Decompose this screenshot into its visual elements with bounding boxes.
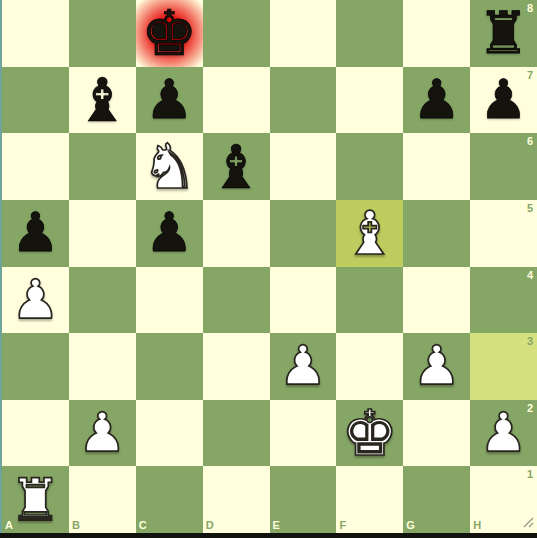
black-pawn-piece[interactable]: ♟ [145, 73, 193, 127]
rank-label-3: 3 [527, 336, 533, 347]
white-pawn-piece[interactable]: ♟ [479, 406, 527, 460]
file-label-g: G [406, 520, 415, 531]
square-b2[interactable]: ♟ [69, 400, 136, 467]
square-g5[interactable] [403, 200, 470, 267]
square-g1[interactable]: G [403, 466, 470, 533]
square-d4[interactable] [203, 267, 270, 334]
square-g2[interactable] [403, 400, 470, 467]
square-b4[interactable] [69, 267, 136, 334]
square-c6[interactable]: ♞ [136, 133, 203, 200]
rank-label-5: 5 [527, 203, 533, 214]
square-a3[interactable] [2, 333, 69, 400]
rank-label-7: 7 [527, 70, 533, 81]
square-f5[interactable]: ♝ [336, 200, 403, 267]
square-g3[interactable]: ♟ [403, 333, 470, 400]
black-pawn-piece[interactable]: ♟ [412, 73, 460, 127]
rank-label-1: 1 [527, 469, 533, 480]
rank-label-8: 8 [527, 3, 533, 14]
rank-label-4: 4 [527, 270, 533, 281]
square-g6[interactable] [403, 133, 470, 200]
square-c5[interactable]: ♟ [136, 200, 203, 267]
file-label-c: C [139, 520, 147, 531]
square-a7[interactable] [2, 67, 69, 134]
black-pawn-piece[interactable]: ♟ [11, 206, 59, 260]
square-c8[interactable]: ♚ [136, 0, 203, 67]
square-h5[interactable]: 5 [470, 200, 537, 267]
square-g7[interactable]: ♟ [403, 67, 470, 134]
white-pawn-piece[interactable]: ♟ [412, 339, 460, 393]
white-bishop-piece[interactable]: ♝ [343, 203, 397, 263]
black-pawn-piece[interactable]: ♟ [479, 73, 527, 127]
square-a5[interactable]: ♟ [2, 200, 69, 267]
square-d6[interactable]: ♝ [203, 133, 270, 200]
black-bishop-piece[interactable]: ♝ [209, 137, 263, 197]
square-e6[interactable] [270, 133, 337, 200]
white-pawn-piece[interactable]: ♟ [279, 339, 327, 393]
file-label-d: D [206, 520, 214, 531]
square-c7[interactable]: ♟ [136, 67, 203, 134]
square-e5[interactable] [270, 200, 337, 267]
black-bishop-piece[interactable]: ♝ [75, 70, 129, 130]
square-d7[interactable] [203, 67, 270, 134]
file-label-f: F [339, 520, 346, 531]
white-pawn-piece[interactable]: ♟ [78, 406, 126, 460]
square-f6[interactable] [336, 133, 403, 200]
black-pawn-piece[interactable]: ♟ [145, 206, 193, 260]
rank-label-2: 2 [527, 403, 533, 414]
square-b6[interactable] [69, 133, 136, 200]
square-d2[interactable] [203, 400, 270, 467]
square-f3[interactable] [336, 333, 403, 400]
square-f2[interactable]: ♚ [336, 400, 403, 467]
square-b3[interactable] [69, 333, 136, 400]
chess-board: ♚♜8♝♟♟♟7♞♝6♟♟♝5♟4♟♟3♟♚♟2♜ABCDEFG1H [2, 0, 537, 533]
white-king-piece[interactable]: ♚ [342, 402, 398, 465]
square-h1[interactable]: 1H [470, 466, 537, 533]
white-pawn-piece[interactable]: ♟ [11, 273, 59, 327]
square-d5[interactable] [203, 200, 270, 267]
square-e8[interactable] [270, 0, 337, 67]
black-rook-piece[interactable]: ♜ [478, 4, 530, 62]
square-d8[interactable] [203, 0, 270, 67]
square-h2[interactable]: ♟2 [470, 400, 537, 467]
white-rook-piece[interactable]: ♜ [9, 471, 61, 529]
file-label-e: E [273, 520, 280, 531]
board-stage: ♚♜8♝♟♟♟7♞♝6♟♟♝5♟4♟♟3♟♚♟2♜ABCDEFG1H [0, 0, 537, 538]
file-label-a: A [5, 520, 13, 531]
square-h4[interactable]: 4 [470, 267, 537, 334]
square-b7[interactable]: ♝ [69, 67, 136, 134]
square-h3[interactable]: 3 [470, 333, 537, 400]
resize-handle-icon[interactable] [522, 516, 534, 528]
file-label-b: B [72, 520, 80, 531]
bottom-bar [0, 533, 537, 538]
square-a2[interactable] [2, 400, 69, 467]
square-g8[interactable] [403, 0, 470, 67]
square-g4[interactable] [403, 267, 470, 334]
square-f4[interactable] [336, 267, 403, 334]
square-b8[interactable] [69, 0, 136, 67]
square-e4[interactable] [270, 267, 337, 334]
square-c3[interactable] [136, 333, 203, 400]
square-e7[interactable] [270, 67, 337, 134]
square-c1[interactable]: C [136, 466, 203, 533]
square-a1[interactable]: ♜A [2, 466, 69, 533]
square-f8[interactable] [336, 0, 403, 67]
square-e2[interactable] [270, 400, 337, 467]
square-f7[interactable] [336, 67, 403, 134]
square-a8[interactable] [2, 0, 69, 67]
square-e1[interactable]: E [270, 466, 337, 533]
square-a4[interactable]: ♟ [2, 267, 69, 334]
square-h6[interactable]: 6 [470, 133, 537, 200]
square-b5[interactable] [69, 200, 136, 267]
square-f1[interactable]: F [336, 466, 403, 533]
black-king-piece[interactable]: ♚ [141, 2, 197, 65]
square-c2[interactable] [136, 400, 203, 467]
rank-label-6: 6 [527, 136, 533, 147]
square-c4[interactable] [136, 267, 203, 334]
square-e3[interactable]: ♟ [270, 333, 337, 400]
square-h8[interactable]: ♜8 [470, 0, 537, 67]
square-a6[interactable] [2, 133, 69, 200]
square-d1[interactable]: D [203, 466, 270, 533]
square-b1[interactable]: B [69, 466, 136, 533]
square-h7[interactable]: ♟7 [470, 67, 537, 134]
file-label-h: H [473, 520, 481, 531]
white-knight-piece[interactable]: ♞ [141, 136, 197, 198]
square-d3[interactable] [203, 333, 270, 400]
